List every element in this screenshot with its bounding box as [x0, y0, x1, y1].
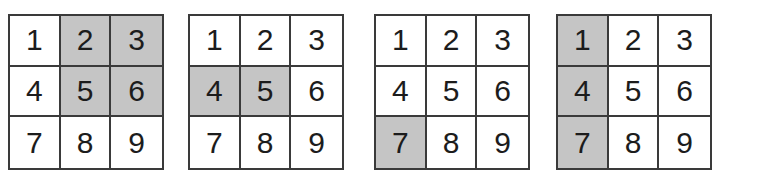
grid-cell: 8: [241, 117, 292, 168]
grid-cell: 2: [427, 16, 478, 67]
puzzle-diagram: 1 2 3 4 5 6 7 8 9 1 2 3 4 5 6 7 8 9 1 2 …: [0, 0, 781, 184]
grid-cell: 4: [10, 67, 61, 118]
grid-cell: 5: [609, 67, 660, 118]
grid-cell: 4: [190, 67, 241, 118]
grid-cell: 7: [376, 117, 427, 168]
grid-cell: 7: [190, 117, 241, 168]
grid-cell: 6: [291, 67, 342, 118]
grid-cell: 3: [111, 16, 162, 67]
grid-cell: 9: [477, 117, 528, 168]
grid-cell: 3: [659, 16, 710, 67]
grid-3: 1 2 3 4 5 6 7 8 9: [374, 14, 530, 170]
grid-cell: 9: [291, 117, 342, 168]
grid-cell: 1: [190, 16, 241, 67]
grid-cell: 6: [659, 67, 710, 118]
grid-1: 1 2 3 4 5 6 7 8 9: [8, 14, 164, 170]
grid-cell: 2: [61, 16, 112, 67]
grid-cell: 6: [111, 67, 162, 118]
grid-cell: 2: [609, 16, 660, 67]
grid-cell: 5: [61, 67, 112, 118]
grid-cell: 6: [477, 67, 528, 118]
grid-cell: 9: [111, 117, 162, 168]
grid-cell: 4: [376, 67, 427, 118]
grid-cell: 9: [659, 117, 710, 168]
grid-cell: 3: [477, 16, 528, 67]
grid-cell: 3: [291, 16, 342, 67]
grid-cell: 4: [558, 67, 609, 118]
grid-2: 1 2 3 4 5 6 7 8 9: [188, 14, 344, 170]
grid-cell: 1: [376, 16, 427, 67]
grid-cell: 8: [61, 117, 112, 168]
grid-cell: 7: [10, 117, 61, 168]
grid-cell: 7: [558, 117, 609, 168]
grid-cell: 5: [241, 67, 292, 118]
grid-cell: 8: [427, 117, 478, 168]
grid-cell: 5: [427, 67, 478, 118]
grid-cell: 1: [10, 16, 61, 67]
grid-cell: 2: [241, 16, 292, 67]
grid-cell: 8: [609, 117, 660, 168]
grid-cell: 1: [558, 16, 609, 67]
grid-4: 1 2 3 4 5 6 7 8 9: [556, 14, 712, 170]
